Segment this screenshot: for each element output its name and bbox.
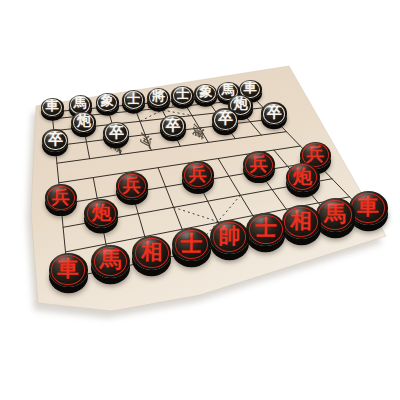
- piece-character: 卒: [48, 132, 63, 147]
- piece-character: 將: [152, 91, 165, 104]
- piece-character: 兵: [307, 146, 325, 164]
- piece-character: 象: [199, 86, 212, 99]
- piece-red-advisor[interactable]: 士: [246, 213, 285, 247]
- piece-black-soldier[interactable]: 卒: [42, 129, 68, 152]
- piece-red-cannon[interactable]: 炮: [286, 163, 320, 192]
- piece-character: 兵: [250, 155, 268, 173]
- piece-character: 炮: [77, 115, 91, 129]
- piece-character: 兵: [189, 165, 207, 183]
- piece-character: 士: [176, 88, 189, 101]
- piece-character: 馬: [100, 249, 122, 271]
- piece-character: 馬: [324, 203, 346, 225]
- piece-black-soldier[interactable]: 卒: [212, 108, 238, 131]
- piece-black-advisor[interactable]: 士: [171, 86, 194, 106]
- piece-character: 馬: [74, 98, 87, 111]
- piece-black-elephant[interactable]: 象: [96, 93, 119, 113]
- piece-black-general[interactable]: 將: [147, 88, 170, 108]
- piece-red-soldier[interactable]: 兵: [243, 151, 275, 178]
- piece-character: 士: [180, 233, 202, 255]
- piece-red-general[interactable]: 帥: [210, 220, 249, 254]
- piece-red-soldier[interactable]: 兵: [182, 161, 214, 188]
- piece-character: 士: [255, 217, 277, 239]
- piece-character: 炮: [92, 203, 111, 222]
- piece-red-cannon[interactable]: 炮: [84, 199, 118, 228]
- piece-red-horse[interactable]: 馬: [91, 245, 130, 279]
- piece-red-horse[interactable]: 馬: [316, 198, 355, 232]
- piece-black-soldier[interactable]: 卒: [160, 115, 186, 138]
- piece-character: 相: [141, 241, 163, 263]
- piece-black-advisor[interactable]: 士: [122, 90, 145, 110]
- piece-red-elephant[interactable]: 相: [132, 236, 171, 270]
- piece-character: 車: [57, 258, 79, 280]
- piece-character: 卒: [165, 118, 180, 133]
- piece-character: 相: [290, 210, 312, 232]
- piece-character: 卒: [109, 125, 124, 140]
- piece-red-soldier[interactable]: 兵: [116, 172, 148, 199]
- piece-red-advisor[interactable]: 士: [172, 228, 211, 262]
- piece-red-soldier[interactable]: 兵: [45, 184, 77, 211]
- piece-character: 帥: [218, 225, 240, 247]
- piece-red-elephant[interactable]: 相: [282, 205, 321, 239]
- pieces-layer: 車馬象士將士象馬車炮炮卒卒卒卒卒兵兵兵兵兵炮炮車馬相士帥士相馬車: [0, 0, 400, 400]
- piece-black-elephant[interactable]: 象: [194, 84, 217, 104]
- piece-black-cannon[interactable]: 炮: [71, 112, 96, 133]
- piece-character: 兵: [123, 176, 141, 194]
- piece-character: 士: [127, 93, 140, 106]
- piece-black-chariot[interactable]: 車: [41, 98, 64, 118]
- piece-character: 卒: [267, 105, 282, 120]
- piece-character: 車: [244, 82, 257, 95]
- piece-character: 卒: [218, 111, 233, 126]
- piece-character: 象: [101, 95, 114, 108]
- piece-red-chariot[interactable]: 車: [49, 253, 88, 287]
- piece-character: 兵: [52, 188, 70, 206]
- piece-black-soldier[interactable]: 卒: [261, 102, 287, 125]
- xiangqi-scene: 楚河漢界 車馬象士將士象馬車炮炮卒卒卒卒卒兵兵兵兵兵炮炮車馬相士帥士相馬車: [0, 0, 400, 400]
- piece-character: 炮: [233, 98, 247, 112]
- piece-red-chariot[interactable]: 車: [349, 191, 388, 225]
- piece-black-soldier[interactable]: 卒: [103, 122, 129, 145]
- piece-character: 炮: [293, 167, 312, 186]
- piece-character: 車: [46, 100, 59, 113]
- piece-character: 車: [357, 196, 379, 218]
